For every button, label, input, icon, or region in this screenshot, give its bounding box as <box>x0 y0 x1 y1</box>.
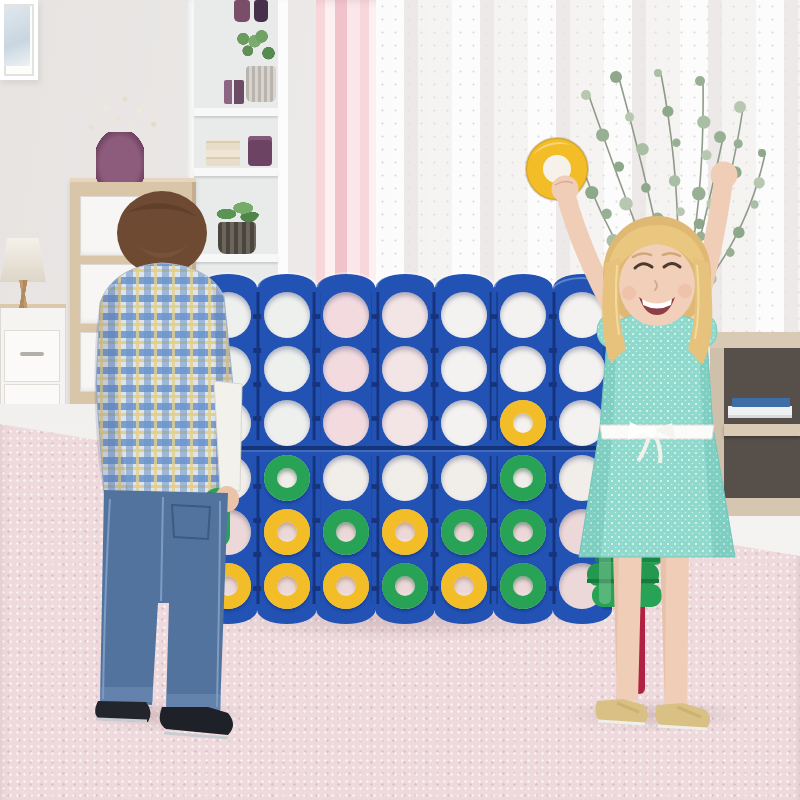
book-stack <box>206 140 240 166</box>
table-lamp-legs <box>4 280 44 308</box>
plum-flower-vase <box>96 132 144 182</box>
board-cell-r4c2 <box>264 455 310 501</box>
drawer-handle <box>20 352 44 356</box>
yellow-ring-piece <box>441 563 487 609</box>
yellow-ring-piece <box>382 509 428 555</box>
board-cell-r6c2 <box>264 563 310 609</box>
board-cell-r5c4 <box>382 509 428 555</box>
picture-frame <box>0 0 38 80</box>
board-cell-r1c5 <box>441 292 487 338</box>
board-cell-r3c4 <box>382 400 428 446</box>
picture-art <box>4 6 30 66</box>
shelf-board <box>194 108 278 116</box>
board-cell-r1c4 <box>382 292 428 338</box>
yellow-ring-piece <box>264 509 310 555</box>
green-ring-piece <box>382 563 428 609</box>
board-cell-r2c3 <box>323 346 369 392</box>
board-cell-r1c3 <box>323 292 369 338</box>
girl-sandal-right <box>655 703 710 729</box>
board-cell-r3c2 <box>264 400 310 446</box>
purple-jar <box>248 136 272 166</box>
board-cell-r6c3 <box>323 563 369 609</box>
living-room-scene <box>0 0 800 800</box>
board-cell-r4c4 <box>382 455 428 501</box>
board-cell-r3c5 <box>441 400 487 446</box>
board-cell-r6c5 <box>441 563 487 609</box>
board-cell-r5c2 <box>264 509 310 555</box>
girl-fist-left <box>552 176 579 203</box>
board-cell-r5c5 <box>441 509 487 555</box>
board-cell-r4c3 <box>323 455 369 501</box>
glass-bottles <box>224 80 244 104</box>
board-cell-r5c3 <box>323 509 369 555</box>
board-cell-r4c5 <box>441 455 487 501</box>
shelf-board <box>194 168 278 176</box>
board-cell-r2c4 <box>382 346 428 392</box>
board-cell-r1c2 <box>264 292 310 338</box>
purple-vase <box>234 0 250 22</box>
table-lamp-shade <box>0 238 46 282</box>
board-cell-r2c2 <box>264 346 310 392</box>
drawer <box>4 330 60 382</box>
yellow-ring-piece <box>323 563 369 609</box>
girl-sandal-left <box>595 699 648 724</box>
boy-player <box>70 185 255 745</box>
board-cell-r3c3 <box>323 400 369 446</box>
yellow-ring-piece <box>264 563 310 609</box>
fern-pot <box>246 66 276 102</box>
girl-player <box>505 115 765 745</box>
green-ring-piece <box>323 509 369 555</box>
board-cell-r2c5 <box>441 346 487 392</box>
board-cell-r6c4 <box>382 563 428 609</box>
green-ring-piece <box>264 455 310 501</box>
green-ring-piece <box>441 509 487 555</box>
girl-fist-right <box>711 162 738 189</box>
fern-plant <box>234 22 280 70</box>
boy-shoe-right <box>160 707 233 735</box>
dark-purple-vase <box>254 0 268 22</box>
